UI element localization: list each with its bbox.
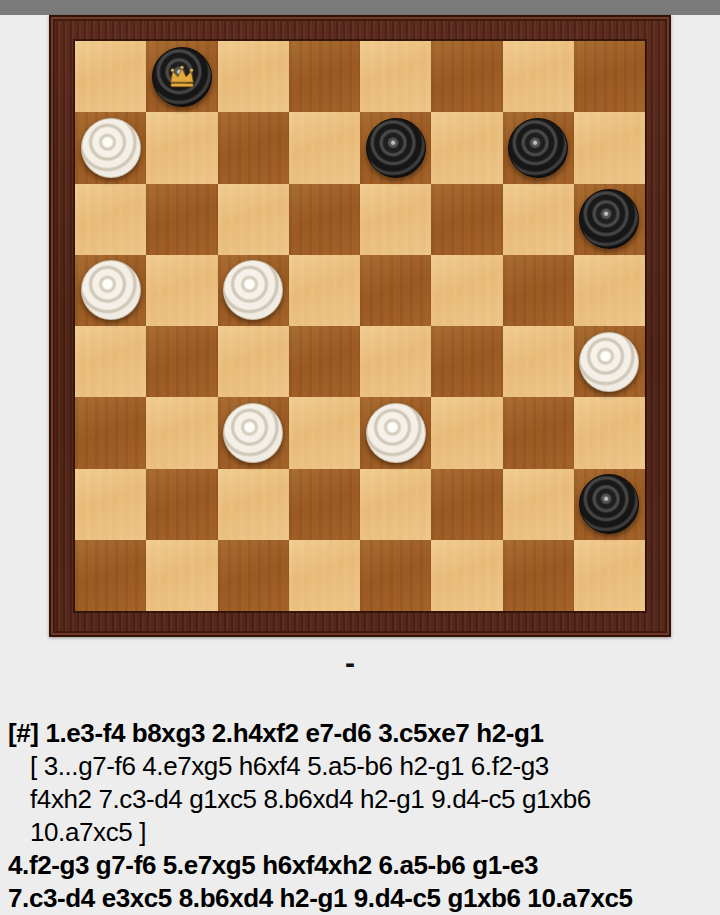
square-b8[interactable] [146, 41, 217, 112]
square-h5[interactable] [574, 255, 645, 326]
variation-line-3: 10.a7xc5 ] [8, 816, 716, 849]
square-b1[interactable] [146, 540, 217, 611]
square-a3[interactable] [75, 397, 146, 468]
square-f1[interactable] [431, 540, 502, 611]
move-notation: [#] 1.e3-f4 b8xg3 2.h4xf2 e7-d6 3.c5xe7 … [8, 717, 716, 915]
king-crown-icon [167, 64, 197, 88]
square-d4[interactable] [289, 326, 360, 397]
white-man-c5[interactable] [223, 260, 283, 320]
status-bar [0, 0, 720, 15]
checkers-board [75, 41, 645, 611]
square-d5[interactable] [289, 255, 360, 326]
square-g2[interactable] [503, 469, 574, 540]
square-b2[interactable] [146, 469, 217, 540]
square-h2[interactable] [574, 469, 645, 540]
square-b4[interactable] [146, 326, 217, 397]
square-h6[interactable] [574, 184, 645, 255]
black-man-e7[interactable] [366, 118, 426, 178]
square-f7[interactable] [431, 112, 502, 183]
square-h4[interactable] [574, 326, 645, 397]
square-d7[interactable] [289, 112, 360, 183]
square-h1[interactable] [574, 540, 645, 611]
white-man-a7[interactable] [81, 118, 141, 178]
square-e5[interactable] [360, 255, 431, 326]
square-d6[interactable] [289, 184, 360, 255]
square-d8[interactable] [289, 41, 360, 112]
square-c5[interactable] [218, 255, 289, 326]
black-man-h2[interactable] [579, 474, 639, 534]
square-b5[interactable] [146, 255, 217, 326]
square-g5[interactable] [503, 255, 574, 326]
square-e4[interactable] [360, 326, 431, 397]
square-a7[interactable] [75, 112, 146, 183]
square-h7[interactable] [574, 112, 645, 183]
result-indicator: - [0, 646, 700, 680]
white-man-a5[interactable] [81, 260, 141, 320]
square-c4[interactable] [218, 326, 289, 397]
square-f8[interactable] [431, 41, 502, 112]
square-d1[interactable] [289, 540, 360, 611]
square-h8[interactable] [574, 41, 645, 112]
square-g4[interactable] [503, 326, 574, 397]
square-c6[interactable] [218, 184, 289, 255]
square-a2[interactable] [75, 469, 146, 540]
square-g8[interactable] [503, 41, 574, 112]
white-man-e3[interactable] [366, 403, 426, 463]
square-f4[interactable] [431, 326, 502, 397]
square-e3[interactable] [360, 397, 431, 468]
square-c7[interactable] [218, 112, 289, 183]
square-g3[interactable] [503, 397, 574, 468]
square-f2[interactable] [431, 469, 502, 540]
square-e6[interactable] [360, 184, 431, 255]
square-a4[interactable] [75, 326, 146, 397]
square-e7[interactable] [360, 112, 431, 183]
black-man-h6[interactable] [579, 189, 639, 249]
square-e1[interactable] [360, 540, 431, 611]
square-g6[interactable] [503, 184, 574, 255]
square-a5[interactable] [75, 255, 146, 326]
white-man-h4[interactable] [579, 332, 639, 392]
square-b3[interactable] [146, 397, 217, 468]
square-c8[interactable] [218, 41, 289, 112]
square-g1[interactable] [503, 540, 574, 611]
black-king-b8[interactable] [152, 47, 212, 107]
square-h3[interactable] [574, 397, 645, 468]
square-f3[interactable] [431, 397, 502, 468]
square-a1[interactable] [75, 540, 146, 611]
black-man-g7[interactable] [508, 118, 568, 178]
square-d3[interactable] [289, 397, 360, 468]
square-g7[interactable] [503, 112, 574, 183]
white-man-c3[interactable] [223, 403, 283, 463]
square-f6[interactable] [431, 184, 502, 255]
square-f5[interactable] [431, 255, 502, 326]
square-b7[interactable] [146, 112, 217, 183]
square-d2[interactable] [289, 469, 360, 540]
square-a8[interactable] [75, 41, 146, 112]
main-line-3: 7.c3-d4 e3xc5 8.b6xd4 h2-g1 9.d4-c5 g1xb… [8, 882, 716, 915]
square-c3[interactable] [218, 397, 289, 468]
square-b6[interactable] [146, 184, 217, 255]
variation-line-1: [ 3...g7-f6 4.e7xg5 h6xf4 5.a5-b6 h2-g1 … [8, 750, 716, 783]
square-c1[interactable] [218, 540, 289, 611]
square-e8[interactable] [360, 41, 431, 112]
square-a6[interactable] [75, 184, 146, 255]
main-line-1: [#] 1.e3-f4 b8xg3 2.h4xf2 e7-d6 3.c5xe7 … [8, 717, 716, 750]
square-e2[interactable] [360, 469, 431, 540]
variation-line-2: f4xh2 7.c3-d4 g1xc5 8.b6xd4 h2-g1 9.d4-c… [8, 783, 716, 816]
square-c2[interactable] [218, 469, 289, 540]
main-line-2: 4.f2-g3 g7-f6 5.e7xg5 h6xf4xh2 6.a5-b6 g… [8, 849, 716, 882]
board-frame [49, 15, 671, 637]
